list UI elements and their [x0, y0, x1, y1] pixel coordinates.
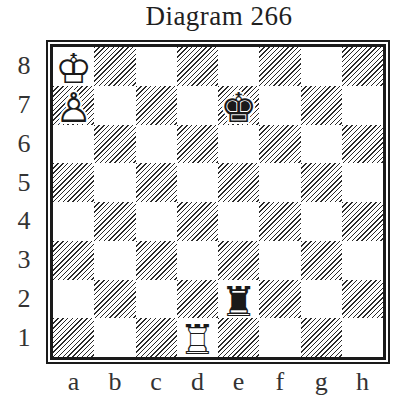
square-f1 — [259, 318, 300, 357]
rank-label-8: 8 — [10, 47, 38, 86]
square-e5 — [218, 163, 259, 202]
square-h6 — [342, 125, 383, 164]
square-h5 — [342, 163, 383, 202]
square-c1 — [136, 318, 177, 357]
square-a4 — [53, 202, 94, 241]
square-h8 — [342, 47, 383, 86]
square-e7: ♚ — [218, 86, 259, 125]
square-g2 — [301, 280, 342, 319]
piece-black-king-e7: ♚ — [218, 86, 259, 125]
square-g3 — [301, 241, 342, 280]
square-b3 — [94, 241, 135, 280]
square-g6 — [301, 125, 342, 164]
square-f8 — [259, 47, 300, 86]
rank-label-5: 5 — [10, 163, 38, 202]
file-label-d: d — [177, 366, 218, 398]
file-label-c: c — [136, 366, 177, 398]
file-label-a: a — [53, 366, 94, 398]
square-a5 — [53, 163, 94, 202]
piece-black-rook-e2: ♜ — [218, 280, 259, 319]
square-b8 — [94, 47, 135, 86]
square-e6 — [218, 125, 259, 164]
square-b2 — [94, 280, 135, 319]
file-label-g: g — [301, 366, 342, 398]
square-a2 — [53, 280, 94, 319]
rank-labels: 87654321 — [10, 47, 38, 357]
square-d3 — [177, 241, 218, 280]
square-f2 — [259, 280, 300, 319]
square-h4 — [342, 202, 383, 241]
rank-label-4: 4 — [10, 202, 38, 241]
piece-white-king-a8: ♚♔ — [53, 47, 94, 86]
square-g8 — [301, 47, 342, 86]
square-e1 — [218, 318, 259, 357]
rank-label-6: 6 — [10, 125, 38, 164]
board-frame: ♚♔♟♙♚♜♜♖ — [46, 40, 390, 364]
board-inner-border: ♚♔♟♙♚♜♜♖ — [50, 44, 386, 360]
square-c3 — [136, 241, 177, 280]
diagram-title: Diagram 266 — [46, 1, 392, 32]
square-e4 — [218, 202, 259, 241]
piece-white-pawn-a7: ♟♙ — [53, 86, 94, 125]
square-c2 — [136, 280, 177, 319]
rank-label-3: 3 — [10, 241, 38, 280]
square-a6 — [53, 125, 94, 164]
square-f6 — [259, 125, 300, 164]
square-a8: ♚♔ — [53, 47, 94, 86]
square-d7 — [177, 86, 218, 125]
square-g4 — [301, 202, 342, 241]
square-d6 — [177, 125, 218, 164]
square-b5 — [94, 163, 135, 202]
square-a7: ♟♙ — [53, 86, 94, 125]
square-b1 — [94, 318, 135, 357]
piece-white-rook-d1: ♜♖ — [177, 318, 218, 357]
file-label-h: h — [342, 366, 383, 398]
square-b4 — [94, 202, 135, 241]
square-g1 — [301, 318, 342, 357]
square-e2: ♜ — [218, 280, 259, 319]
square-f3 — [259, 241, 300, 280]
square-f7 — [259, 86, 300, 125]
square-d2 — [177, 280, 218, 319]
square-h3 — [342, 241, 383, 280]
square-c4 — [136, 202, 177, 241]
square-d4 — [177, 202, 218, 241]
file-labels: abcdefgh — [53, 366, 383, 398]
square-a3 — [53, 241, 94, 280]
board: ♚♔♟♙♚♜♜♖ — [53, 47, 383, 357]
square-c8 — [136, 47, 177, 86]
square-c5 — [136, 163, 177, 202]
file-label-b: b — [94, 366, 135, 398]
square-a1 — [53, 318, 94, 357]
square-e8 — [218, 47, 259, 86]
square-h1 — [342, 318, 383, 357]
square-d1: ♜♖ — [177, 318, 218, 357]
square-f5 — [259, 163, 300, 202]
square-e3 — [218, 241, 259, 280]
rank-label-7: 7 — [10, 86, 38, 125]
square-h2 — [342, 280, 383, 319]
square-d8 — [177, 47, 218, 86]
square-f4 — [259, 202, 300, 241]
rank-label-1: 1 — [10, 318, 38, 357]
file-label-f: f — [259, 366, 300, 398]
square-h7 — [342, 86, 383, 125]
square-g5 — [301, 163, 342, 202]
rank-label-2: 2 — [10, 280, 38, 319]
square-d5 — [177, 163, 218, 202]
square-b6 — [94, 125, 135, 164]
square-g7 — [301, 86, 342, 125]
file-label-e: e — [218, 366, 259, 398]
square-c6 — [136, 125, 177, 164]
square-c7 — [136, 86, 177, 125]
square-b7 — [94, 86, 135, 125]
